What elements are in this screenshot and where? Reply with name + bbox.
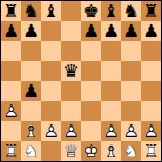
square-b7[interactable]: ♟ [21,21,41,41]
piece-glyph-fill: ♛ [61,61,81,81]
square-e6[interactable] [81,41,101,61]
white-knight-icon: ♞♘ [21,141,41,161]
piece-glyph-fill: ♚ [81,1,101,21]
square-f4[interactable] [101,81,121,101]
square-c8[interactable]: ♝ [41,1,61,21]
square-h8[interactable]: ♜ [141,1,161,21]
square-b2[interactable]: ♝♗ [21,121,41,141]
square-f5[interactable] [101,61,121,81]
piece-glyph-fill: ♟ [21,81,41,101]
square-f2[interactable]: ♟♙ [101,121,121,141]
piece-glyph-outline: ♙ [41,121,61,141]
square-c7[interactable] [41,21,61,41]
square-f7[interactable]: ♟ [101,21,121,41]
square-f6[interactable] [101,41,121,61]
square-e3[interactable] [81,101,101,121]
piece-glyph-fill: ♜ [1,1,21,21]
square-h6[interactable] [141,41,161,61]
piece-glyph-outline: ♗ [21,121,41,141]
piece-glyph-fill: ♟ [121,21,141,41]
black-knight-icon: ♞ [121,1,141,21]
piece-glyph-outline: ♖ [141,141,161,161]
square-g1[interactable]: ♞♘ [121,141,141,161]
piece-glyph-fill: ♟ [1,21,21,41]
piece-glyph-outline: ♕ [61,141,81,161]
piece-glyph-fill: ♟ [81,21,101,41]
piece-glyph-fill: ♟ [141,21,161,41]
piece-glyph-fill: ♞ [121,1,141,21]
black-pawn-icon: ♟ [81,21,101,41]
black-pawn-icon: ♟ [1,21,21,41]
square-a2[interactable] [1,121,21,141]
black-pawn-icon: ♟ [21,21,41,41]
piece-glyph-outline: ♗ [101,141,121,161]
white-pawn-icon: ♟♙ [121,121,141,141]
square-e7[interactable]: ♟ [81,21,101,41]
square-f8[interactable]: ♝ [101,1,121,21]
square-c4[interactable] [41,81,61,101]
piece-glyph-outline: ♘ [121,141,141,161]
square-h5[interactable] [141,61,161,81]
piece-glyph-fill: ♞ [21,1,41,21]
square-d2[interactable]: ♟♙ [61,121,81,141]
white-rook-icon: ♜♖ [141,141,161,161]
square-h4[interactable] [141,81,161,101]
square-a7[interactable]: ♟ [1,21,21,41]
black-queen-icon: ♛ [61,61,81,81]
square-e5[interactable] [81,61,101,81]
square-g7[interactable]: ♟ [121,21,141,41]
piece-glyph-fill: ♟ [21,21,41,41]
square-c5[interactable] [41,61,61,81]
square-f3[interactable] [101,101,121,121]
square-b5[interactable] [21,61,41,81]
square-b3[interactable] [21,101,41,121]
black-rook-icon: ♜ [141,1,161,21]
chess-board-frame: ♜♞♝♚♝♞♜♟♟♟♟♟♟♛♟♟♙♝♗♟♙♟♙♟♙♟♙♟♙♜♖♞♘♛♕♚♔♝♗♞… [0,0,162,162]
square-a8[interactable]: ♜ [1,1,21,21]
square-d7[interactable] [61,21,81,41]
square-e2[interactable] [81,121,101,141]
black-knight-icon: ♞ [21,1,41,21]
square-c1[interactable] [41,141,61,161]
white-pawn-icon: ♟♙ [61,121,81,141]
square-e1[interactable]: ♚♔ [81,141,101,161]
piece-glyph-fill: ♝ [41,1,61,21]
black-king-icon: ♚ [81,1,101,21]
square-g2[interactable]: ♟♙ [121,121,141,141]
square-e8[interactable]: ♚ [81,1,101,21]
black-pawn-icon: ♟ [121,21,141,41]
piece-glyph-outline: ♖ [1,141,21,161]
white-pawn-icon: ♟♙ [141,121,161,141]
square-c6[interactable] [41,41,61,61]
square-a3[interactable]: ♟♙ [1,101,21,121]
piece-glyph-outline: ♔ [81,141,101,161]
square-g6[interactable] [121,41,141,61]
piece-glyph-outline: ♙ [1,101,21,121]
square-d1[interactable]: ♛♕ [61,141,81,161]
white-king-icon: ♚♔ [81,141,101,161]
black-rook-icon: ♜ [1,1,21,21]
square-c3[interactable] [41,101,61,121]
piece-glyph-fill: ♝ [101,1,121,21]
square-d3[interactable] [61,101,81,121]
piece-glyph-outline: ♙ [101,121,121,141]
square-c2[interactable]: ♟♙ [41,121,61,141]
piece-glyph-fill: ♟ [101,21,121,41]
black-bishop-icon: ♝ [101,1,121,21]
square-e4[interactable] [81,81,101,101]
square-a4[interactable] [1,81,21,101]
square-b8[interactable]: ♞ [21,1,41,21]
white-knight-icon: ♞♘ [121,141,141,161]
piece-glyph-outline: ♙ [61,121,81,141]
square-g8[interactable]: ♞ [121,1,141,21]
square-b4[interactable]: ♟ [21,81,41,101]
square-d5[interactable]: ♛ [61,61,81,81]
chess-board: ♜♞♝♚♝♞♜♟♟♟♟♟♟♛♟♟♙♝♗♟♙♟♙♟♙♟♙♟♙♜♖♞♘♛♕♚♔♝♗♞… [1,1,161,161]
black-pawn-icon: ♟ [21,81,41,101]
square-h2[interactable]: ♟♙ [141,121,161,141]
black-pawn-icon: ♟ [101,21,121,41]
piece-glyph-outline: ♘ [21,141,41,161]
white-bishop-icon: ♝♗ [101,141,121,161]
square-d6[interactable] [61,41,81,61]
black-bishop-icon: ♝ [41,1,61,21]
piece-glyph-outline: ♙ [141,121,161,141]
square-h1[interactable]: ♜♖ [141,141,161,161]
square-b1[interactable]: ♞♘ [21,141,41,161]
white-bishop-icon: ♝♗ [21,121,41,141]
square-g4[interactable] [121,81,141,101]
square-a1[interactable]: ♜♖ [1,141,21,161]
square-d4[interactable] [61,81,81,101]
square-a5[interactable] [1,61,21,81]
piece-glyph-fill: ♜ [141,1,161,21]
square-d8[interactable] [61,1,81,21]
square-a6[interactable] [1,41,21,61]
white-pawn-icon: ♟♙ [41,121,61,141]
square-b6[interactable] [21,41,41,61]
square-g5[interactable] [121,61,141,81]
square-h7[interactable]: ♟ [141,21,161,41]
white-queen-icon: ♛♕ [61,141,81,161]
square-h3[interactable] [141,101,161,121]
white-rook-icon: ♜♖ [1,141,21,161]
black-pawn-icon: ♟ [141,21,161,41]
piece-glyph-outline: ♙ [121,121,141,141]
white-pawn-icon: ♟♙ [1,101,21,121]
square-g3[interactable] [121,101,141,121]
white-pawn-icon: ♟♙ [101,121,121,141]
square-f1[interactable]: ♝♗ [101,141,121,161]
